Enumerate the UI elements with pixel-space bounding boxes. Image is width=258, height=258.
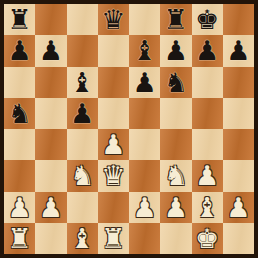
square-g1[interactable]: ♚ [192, 223, 223, 254]
square-f8[interactable]: ♜ [160, 4, 191, 35]
square-e2[interactable]: ♟ [129, 192, 160, 223]
square-g4[interactable] [192, 129, 223, 160]
square-b3[interactable] [35, 160, 66, 191]
square-a6[interactable] [4, 67, 35, 98]
piece-white-bishop[interactable]: ♝ [195, 192, 219, 223]
square-a2[interactable]: ♟ [4, 192, 35, 223]
piece-black-bishop[interactable]: ♝ [133, 35, 157, 66]
square-f4[interactable] [160, 129, 191, 160]
square-f3[interactable]: ♞ [160, 160, 191, 191]
square-a7[interactable]: ♟ [4, 35, 35, 66]
square-f2[interactable]: ♟ [160, 192, 191, 223]
square-d8[interactable]: ♛ [98, 4, 129, 35]
square-h6[interactable] [223, 67, 254, 98]
square-b8[interactable] [35, 4, 66, 35]
square-a3[interactable] [4, 160, 35, 191]
square-h5[interactable] [223, 98, 254, 129]
piece-black-king[interactable]: ♚ [195, 4, 219, 35]
square-a8[interactable]: ♜ [4, 4, 35, 35]
piece-black-rook[interactable]: ♜ [164, 4, 188, 35]
piece-white-knight[interactable]: ♞ [164, 160, 188, 191]
square-b1[interactable] [35, 223, 66, 254]
square-a1[interactable]: ♜ [4, 223, 35, 254]
square-b4[interactable] [35, 129, 66, 160]
piece-black-knight[interactable]: ♞ [8, 98, 32, 129]
piece-black-bishop[interactable]: ♝ [70, 67, 94, 98]
piece-white-rook[interactable]: ♜ [101, 223, 125, 254]
piece-white-pawn[interactable]: ♟ [226, 192, 250, 223]
piece-black-pawn[interactable]: ♟ [133, 67, 157, 98]
square-a5[interactable]: ♞ [4, 98, 35, 129]
piece-white-pawn[interactable]: ♟ [39, 192, 63, 223]
square-c4[interactable] [67, 129, 98, 160]
chess-board-frame: ♜♛♜♚♟♟♝♟♟♟♝♟♞♞♟♟♞♛♞♟♟♟♟♟♝♟♜♝♜♚ [0, 0, 258, 258]
chess-board: ♜♛♜♚♟♟♝♟♟♟♝♟♞♞♟♟♞♛♞♟♟♟♟♟♝♟♜♝♜♚ [4, 4, 254, 254]
square-h1[interactable] [223, 223, 254, 254]
piece-white-pawn[interactable]: ♟ [101, 129, 125, 160]
piece-black-pawn[interactable]: ♟ [164, 35, 188, 66]
piece-black-pawn[interactable]: ♟ [70, 98, 94, 129]
piece-black-pawn[interactable]: ♟ [8, 35, 32, 66]
square-a4[interactable] [4, 129, 35, 160]
piece-white-pawn[interactable]: ♟ [164, 192, 188, 223]
square-f7[interactable]: ♟ [160, 35, 191, 66]
square-c6[interactable]: ♝ [67, 67, 98, 98]
square-c2[interactable] [67, 192, 98, 223]
square-e3[interactable] [129, 160, 160, 191]
square-d7[interactable] [98, 35, 129, 66]
piece-white-pawn[interactable]: ♟ [195, 160, 219, 191]
piece-white-queen[interactable]: ♛ [101, 160, 125, 191]
square-e5[interactable] [129, 98, 160, 129]
square-h4[interactable] [223, 129, 254, 160]
piece-white-pawn[interactable]: ♟ [133, 192, 157, 223]
square-g2[interactable]: ♝ [192, 192, 223, 223]
square-b5[interactable] [35, 98, 66, 129]
piece-black-pawn[interactable]: ♟ [195, 35, 219, 66]
piece-black-rook[interactable]: ♜ [8, 4, 32, 35]
square-b6[interactable] [35, 67, 66, 98]
square-b7[interactable]: ♟ [35, 35, 66, 66]
square-e1[interactable] [129, 223, 160, 254]
square-f5[interactable] [160, 98, 191, 129]
square-e7[interactable]: ♝ [129, 35, 160, 66]
piece-white-rook[interactable]: ♜ [8, 223, 32, 254]
piece-black-queen[interactable]: ♛ [101, 4, 125, 35]
square-h3[interactable] [223, 160, 254, 191]
square-c3[interactable]: ♞ [67, 160, 98, 191]
square-e4[interactable] [129, 129, 160, 160]
square-f1[interactable] [160, 223, 191, 254]
square-h8[interactable] [223, 4, 254, 35]
piece-white-king[interactable]: ♚ [195, 223, 219, 254]
square-c8[interactable] [67, 4, 98, 35]
square-d1[interactable]: ♜ [98, 223, 129, 254]
square-g3[interactable]: ♟ [192, 160, 223, 191]
square-c5[interactable]: ♟ [67, 98, 98, 129]
piece-white-pawn[interactable]: ♟ [8, 192, 32, 223]
square-g8[interactable]: ♚ [192, 4, 223, 35]
square-d5[interactable] [98, 98, 129, 129]
square-g6[interactable] [192, 67, 223, 98]
piece-black-pawn[interactable]: ♟ [226, 35, 250, 66]
square-c1[interactable]: ♝ [67, 223, 98, 254]
square-e8[interactable] [129, 4, 160, 35]
square-h7[interactable]: ♟ [223, 35, 254, 66]
square-d2[interactable] [98, 192, 129, 223]
piece-black-knight[interactable]: ♞ [164, 67, 188, 98]
square-c7[interactable] [67, 35, 98, 66]
square-d6[interactable] [98, 67, 129, 98]
square-g7[interactable]: ♟ [192, 35, 223, 66]
piece-white-knight[interactable]: ♞ [70, 160, 94, 191]
square-e6[interactable]: ♟ [129, 67, 160, 98]
square-f6[interactable]: ♞ [160, 67, 191, 98]
piece-black-pawn[interactable]: ♟ [39, 35, 63, 66]
square-h2[interactable]: ♟ [223, 192, 254, 223]
square-d4[interactable]: ♟ [98, 129, 129, 160]
square-b2[interactable]: ♟ [35, 192, 66, 223]
square-g5[interactable] [192, 98, 223, 129]
piece-white-bishop[interactable]: ♝ [70, 223, 94, 254]
square-d3[interactable]: ♛ [98, 160, 129, 191]
